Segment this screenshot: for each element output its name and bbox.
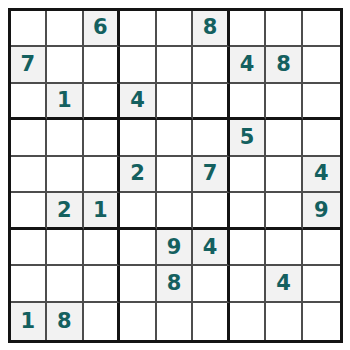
- cell-r5c4[interactable]: 2: [120, 157, 157, 194]
- cell-r1c9[interactable]: [303, 11, 340, 48]
- cell-r7c6[interactable]: 4: [193, 230, 230, 267]
- cell-r5c3[interactable]: [84, 157, 121, 194]
- cell-r9c2[interactable]: 8: [47, 303, 84, 340]
- cell-r3c6[interactable]: [193, 84, 230, 121]
- cell-r2c3[interactable]: [84, 47, 121, 84]
- cell-r6c3[interactable]: 1: [84, 193, 121, 230]
- cell-r5c1[interactable]: [11, 157, 48, 194]
- cell-r1c7[interactable]: [230, 11, 267, 48]
- cell-r6c8[interactable]: [266, 193, 303, 230]
- cell-r5c6[interactable]: 7: [193, 157, 230, 194]
- cell-r8c6[interactable]: [193, 266, 230, 303]
- cell-r8c4[interactable]: [120, 266, 157, 303]
- cell-r1c1[interactable]: [11, 11, 48, 48]
- cell-r3c8[interactable]: [266, 84, 303, 121]
- cell-r1c8[interactable]: [266, 11, 303, 48]
- cell-r2c4[interactable]: [120, 47, 157, 84]
- cell-r9c3[interactable]: [84, 303, 121, 340]
- cell-r2c7[interactable]: 4: [230, 47, 267, 84]
- cell-r1c2[interactable]: [47, 11, 84, 48]
- page: 68748145274219948418: [0, 0, 350, 350]
- cell-r6c9[interactable]: 9: [303, 193, 340, 230]
- cell-r8c9[interactable]: [303, 266, 340, 303]
- cell-r2c2[interactable]: [47, 47, 84, 84]
- cell-r2c5[interactable]: [157, 47, 194, 84]
- cell-r4c5[interactable]: [157, 120, 194, 157]
- cell-r5c9[interactable]: 4: [303, 157, 340, 194]
- cell-r2c9[interactable]: [303, 47, 340, 84]
- cell-r4c8[interactable]: [266, 120, 303, 157]
- cell-r1c4[interactable]: [120, 11, 157, 48]
- cell-r6c5[interactable]: [157, 193, 194, 230]
- cell-r9c6[interactable]: [193, 303, 230, 340]
- cell-r9c7[interactable]: [230, 303, 267, 340]
- cell-r1c5[interactable]: [157, 11, 194, 48]
- cell-r4c4[interactable]: [120, 120, 157, 157]
- cell-r2c1[interactable]: 7: [11, 47, 48, 84]
- cell-r3c7[interactable]: [230, 84, 267, 121]
- cell-r7c2[interactable]: [47, 230, 84, 267]
- cell-r8c8[interactable]: 4: [266, 266, 303, 303]
- cell-r9c1[interactable]: 1: [11, 303, 48, 340]
- cell-r4c2[interactable]: [47, 120, 84, 157]
- cell-r2c8[interactable]: 8: [266, 47, 303, 84]
- cell-r6c7[interactable]: [230, 193, 267, 230]
- cell-r7c1[interactable]: [11, 230, 48, 267]
- cell-r1c6[interactable]: 8: [193, 11, 230, 48]
- cell-r3c3[interactable]: [84, 84, 121, 121]
- cell-r7c7[interactable]: [230, 230, 267, 267]
- sudoku-board: 68748145274219948418: [8, 8, 343, 343]
- cell-r9c5[interactable]: [157, 303, 194, 340]
- cell-r8c7[interactable]: [230, 266, 267, 303]
- cell-r9c8[interactable]: [266, 303, 303, 340]
- cell-r8c5[interactable]: 8: [157, 266, 194, 303]
- cell-r3c5[interactable]: [157, 84, 194, 121]
- cell-r1c3[interactable]: 6: [84, 11, 121, 48]
- cell-r6c1[interactable]: [11, 193, 48, 230]
- cell-r6c6[interactable]: [193, 193, 230, 230]
- cell-r3c9[interactable]: [303, 84, 340, 121]
- cell-r3c2[interactable]: 1: [47, 84, 84, 121]
- cell-r8c1[interactable]: [11, 266, 48, 303]
- cell-r7c5[interactable]: 9: [157, 230, 194, 267]
- cell-r4c3[interactable]: [84, 120, 121, 157]
- cell-r4c9[interactable]: [303, 120, 340, 157]
- cell-r7c4[interactable]: [120, 230, 157, 267]
- cell-r6c4[interactable]: [120, 193, 157, 230]
- cell-r5c2[interactable]: [47, 157, 84, 194]
- cell-r7c3[interactable]: [84, 230, 121, 267]
- cell-r2c6[interactable]: [193, 47, 230, 84]
- cell-r4c1[interactable]: [11, 120, 48, 157]
- cell-r9c4[interactable]: [120, 303, 157, 340]
- cell-r5c8[interactable]: [266, 157, 303, 194]
- cell-r3c4[interactable]: 4: [120, 84, 157, 121]
- cell-r5c7[interactable]: [230, 157, 267, 194]
- cell-r4c6[interactable]: [193, 120, 230, 157]
- cell-r5c5[interactable]: [157, 157, 194, 194]
- cell-r4c7[interactable]: 5: [230, 120, 267, 157]
- cell-r8c3[interactable]: [84, 266, 121, 303]
- cell-r3c1[interactable]: [11, 84, 48, 121]
- cell-r7c9[interactable]: [303, 230, 340, 267]
- cell-r6c2[interactable]: 2: [47, 193, 84, 230]
- cell-r9c9[interactable]: [303, 303, 340, 340]
- cell-r8c2[interactable]: [47, 266, 84, 303]
- cell-r7c8[interactable]: [266, 230, 303, 267]
